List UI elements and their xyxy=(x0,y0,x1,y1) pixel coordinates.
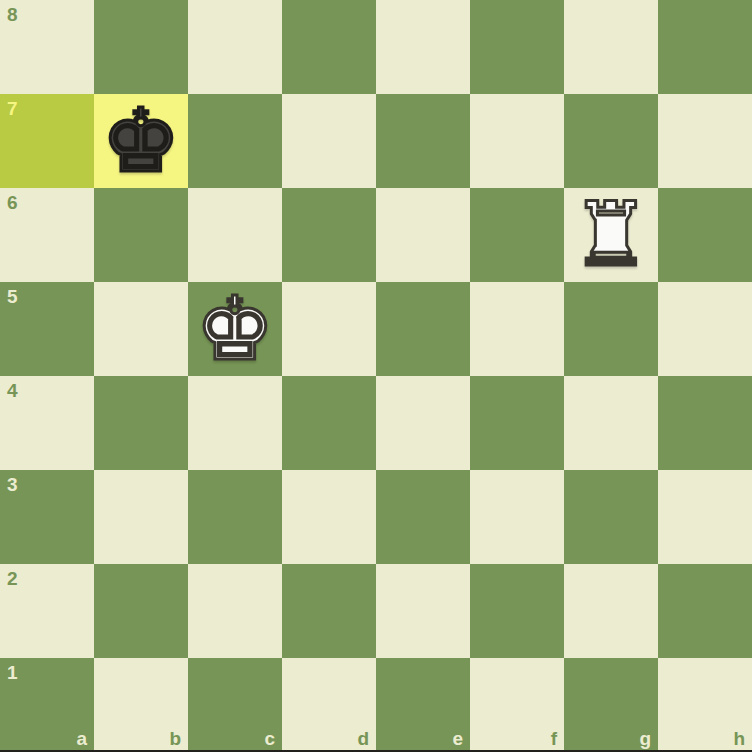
square-d6[interactable] xyxy=(282,188,376,282)
square-a6[interactable]: 6 xyxy=(0,188,94,282)
square-d4[interactable] xyxy=(282,376,376,470)
square-h6[interactable] xyxy=(658,188,752,282)
square-c2[interactable] xyxy=(188,564,282,658)
square-d5[interactable] xyxy=(282,282,376,376)
square-g2[interactable] xyxy=(564,564,658,658)
square-f6[interactable] xyxy=(470,188,564,282)
square-h3[interactable] xyxy=(658,470,752,564)
square-b6[interactable] xyxy=(94,188,188,282)
square-h1[interactable]: h xyxy=(658,658,752,752)
square-h5[interactable] xyxy=(658,282,752,376)
square-e2[interactable] xyxy=(376,564,470,658)
square-a3[interactable]: 3 xyxy=(0,470,94,564)
square-b1[interactable]: b xyxy=(94,658,188,752)
file-label-g: g xyxy=(639,729,651,748)
square-g4[interactable] xyxy=(564,376,658,470)
file-label-h: h xyxy=(733,729,745,748)
square-a4[interactable]: 4 xyxy=(0,376,94,470)
square-d8[interactable] xyxy=(282,0,376,94)
square-b2[interactable] xyxy=(94,564,188,658)
rank-label-3: 3 xyxy=(7,475,18,494)
square-d3[interactable] xyxy=(282,470,376,564)
square-f1[interactable]: f xyxy=(470,658,564,752)
file-label-f: f xyxy=(551,729,557,748)
square-c1[interactable]: c xyxy=(188,658,282,752)
square-a1[interactable]: 1a xyxy=(0,658,94,752)
square-e3[interactable] xyxy=(376,470,470,564)
square-b8[interactable] xyxy=(94,0,188,94)
square-a5[interactable]: 5 xyxy=(0,282,94,376)
rank-label-4: 4 xyxy=(7,381,18,400)
rank-label-6: 6 xyxy=(7,193,18,212)
square-h7[interactable] xyxy=(658,94,752,188)
square-h4[interactable] xyxy=(658,376,752,470)
square-f3[interactable] xyxy=(470,470,564,564)
square-h8[interactable] xyxy=(658,0,752,94)
square-a8[interactable]: 8 xyxy=(0,0,94,94)
square-f8[interactable] xyxy=(470,0,564,94)
square-e6[interactable] xyxy=(376,188,470,282)
rank-label-8: 8 xyxy=(7,5,18,24)
square-b3[interactable] xyxy=(94,470,188,564)
square-f7[interactable] xyxy=(470,94,564,188)
black-king[interactable]: ♚ xyxy=(102,94,181,188)
square-f2[interactable] xyxy=(470,564,564,658)
square-d2[interactable] xyxy=(282,564,376,658)
square-e1[interactable]: e xyxy=(376,658,470,752)
square-g8[interactable] xyxy=(564,0,658,94)
file-label-a: a xyxy=(76,729,87,748)
square-c7[interactable] xyxy=(188,94,282,188)
square-e5[interactable] xyxy=(376,282,470,376)
square-g1[interactable]: g xyxy=(564,658,658,752)
rank-label-5: 5 xyxy=(7,287,18,306)
chess-board-container: 87♚6♜5♚4321abcdefgh xyxy=(0,0,752,752)
square-a7[interactable]: 7 xyxy=(0,94,94,188)
square-g7[interactable] xyxy=(564,94,658,188)
square-g3[interactable] xyxy=(564,470,658,564)
file-label-d: d xyxy=(357,729,369,748)
rank-label-1: 1 xyxy=(7,663,18,682)
square-e4[interactable] xyxy=(376,376,470,470)
square-g5[interactable] xyxy=(564,282,658,376)
square-c8[interactable] xyxy=(188,0,282,94)
square-a2[interactable]: 2 xyxy=(0,564,94,658)
square-d1[interactable]: d xyxy=(282,658,376,752)
file-label-e: e xyxy=(452,729,463,748)
square-b5[interactable] xyxy=(94,282,188,376)
square-d7[interactable] xyxy=(282,94,376,188)
square-e8[interactable] xyxy=(376,0,470,94)
square-e7[interactable] xyxy=(376,94,470,188)
rank-label-2: 2 xyxy=(7,569,18,588)
square-c4[interactable] xyxy=(188,376,282,470)
square-f5[interactable] xyxy=(470,282,564,376)
square-g6[interactable]: ♜ xyxy=(564,188,658,282)
chess-board: 87♚6♜5♚4321abcdefgh xyxy=(0,0,752,752)
square-b7[interactable]: ♚ xyxy=(94,94,188,188)
white-rook[interactable]: ♜ xyxy=(572,188,651,282)
square-c3[interactable] xyxy=(188,470,282,564)
square-c6[interactable] xyxy=(188,188,282,282)
white-king[interactable]: ♚ xyxy=(196,282,275,376)
square-b4[interactable] xyxy=(94,376,188,470)
square-f4[interactable] xyxy=(470,376,564,470)
file-label-b: b xyxy=(169,729,181,748)
rank-label-7: 7 xyxy=(7,99,18,118)
square-h2[interactable] xyxy=(658,564,752,658)
square-c5[interactable]: ♚ xyxy=(188,282,282,376)
file-label-c: c xyxy=(264,729,275,748)
